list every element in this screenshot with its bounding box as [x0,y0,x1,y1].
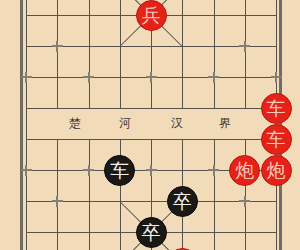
point-marker [83,165,94,176]
xiangqi-board: 楚 河 汉 界 兵车车车炮炮卒卒帅 [0,0,300,250]
file-line [214,139,215,250]
river-label-he: 河 [116,115,134,132]
point-marker [146,72,157,83]
file-line [120,0,121,109]
red-cannon-glyph: 炮 [267,161,286,180]
point-marker [83,72,94,83]
piece-red-cannon[interactable]: 炮 [261,155,292,186]
file-line [89,0,90,109]
point-marker [239,196,250,207]
red-chariot-glyph: 车 [267,130,286,149]
board-left-border [20,0,23,250]
red-chariot-glyph: 车 [267,99,286,118]
piece-black-chariot[interactable]: 车 [104,155,135,186]
piece-black-soldier[interactable]: 卒 [136,217,167,248]
point-marker [208,72,219,83]
black-chariot-glyph: 车 [110,161,129,180]
red-cannon-glyph: 炮 [235,161,254,180]
red-soldier-glyph: 兵 [142,6,161,25]
piece-red-soldier[interactable]: 兵 [136,0,167,31]
river-label-jie: 界 [216,115,234,132]
point-marker [271,72,282,83]
point-marker [208,165,219,176]
point-marker [21,165,32,176]
piece-black-soldier[interactable]: 卒 [167,186,198,217]
black-soldier-glyph: 卒 [173,192,192,211]
file-line [89,139,90,250]
point-marker [21,72,32,83]
piece-red-chariot[interactable]: 车 [261,93,292,124]
piece-red-chariot[interactable]: 车 [261,124,292,155]
file-line [214,0,215,109]
file-line [245,0,246,109]
file-line [182,0,183,109]
river-label-chu: 楚 [66,115,84,132]
black-soldier-glyph: 卒 [142,223,161,242]
file-line [57,139,58,250]
point-marker [239,41,250,52]
point-marker [146,165,157,176]
point-marker [52,41,63,52]
file-line [57,0,58,109]
piece-red-cannon[interactable]: 炮 [229,155,260,186]
point-marker [52,196,63,207]
river-label-han: 汉 [168,115,186,132]
file-line [26,0,27,250]
